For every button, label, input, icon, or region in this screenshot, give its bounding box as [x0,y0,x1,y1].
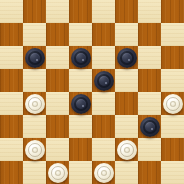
square-b8[interactable] [23,0,46,23]
square-h8[interactable] [161,0,184,23]
square-h2[interactable] [161,138,184,161]
black-man[interactable] [140,117,160,137]
square-c8 [46,0,69,23]
square-g1[interactable] [138,161,161,184]
square-b1 [23,161,46,184]
square-h6[interactable] [161,46,184,69]
square-d6[interactable] [69,46,92,69]
square-c6 [46,46,69,69]
black-man[interactable] [71,94,91,114]
white-man[interactable] [163,94,183,114]
square-e7[interactable] [92,23,115,46]
square-g5[interactable] [138,69,161,92]
square-e8 [92,0,115,23]
square-d2[interactable] [69,138,92,161]
square-c4 [46,92,69,115]
square-e4 [92,92,115,115]
square-b5 [23,69,46,92]
square-d3 [69,115,92,138]
square-f4[interactable] [115,92,138,115]
square-a3[interactable] [0,115,23,138]
square-a6 [0,46,23,69]
square-d5 [69,69,92,92]
white-man[interactable] [94,163,114,183]
square-h4[interactable] [161,92,184,115]
square-h5 [161,69,184,92]
square-d4[interactable] [69,92,92,115]
square-g6 [138,46,161,69]
square-f3 [115,115,138,138]
square-h1 [161,161,184,184]
square-b4[interactable] [23,92,46,115]
black-man[interactable] [117,48,137,68]
square-a7[interactable] [0,23,23,46]
square-c3[interactable] [46,115,69,138]
square-d1 [69,161,92,184]
square-c2 [46,138,69,161]
square-e3[interactable] [92,115,115,138]
square-g4 [138,92,161,115]
square-g7[interactable] [138,23,161,46]
square-g3[interactable] [138,115,161,138]
square-a1[interactable] [0,161,23,184]
square-f7 [115,23,138,46]
white-man[interactable] [48,163,68,183]
black-man[interactable] [71,48,91,68]
square-h7 [161,23,184,46]
square-h3 [161,115,184,138]
square-c7[interactable] [46,23,69,46]
square-a5[interactable] [0,69,23,92]
square-e6 [92,46,115,69]
square-b2[interactable] [23,138,46,161]
square-c5[interactable] [46,69,69,92]
white-man[interactable] [117,140,137,160]
square-e1[interactable] [92,161,115,184]
square-a2 [0,138,23,161]
square-g8 [138,0,161,23]
square-d8[interactable] [69,0,92,23]
black-man[interactable] [25,48,45,68]
checkers-board [0,0,184,184]
white-man[interactable] [25,94,45,114]
square-c1[interactable] [46,161,69,184]
square-a4 [0,92,23,115]
square-f6[interactable] [115,46,138,69]
square-b7 [23,23,46,46]
square-a8 [0,0,23,23]
square-e2 [92,138,115,161]
square-f1 [115,161,138,184]
square-f8[interactable] [115,0,138,23]
square-e5[interactable] [92,69,115,92]
square-f5 [115,69,138,92]
square-b3 [23,115,46,138]
square-b6[interactable] [23,46,46,69]
square-d7 [69,23,92,46]
square-f2[interactable] [115,138,138,161]
square-g2 [138,138,161,161]
black-man[interactable] [94,71,114,91]
white-man[interactable] [25,140,45,160]
